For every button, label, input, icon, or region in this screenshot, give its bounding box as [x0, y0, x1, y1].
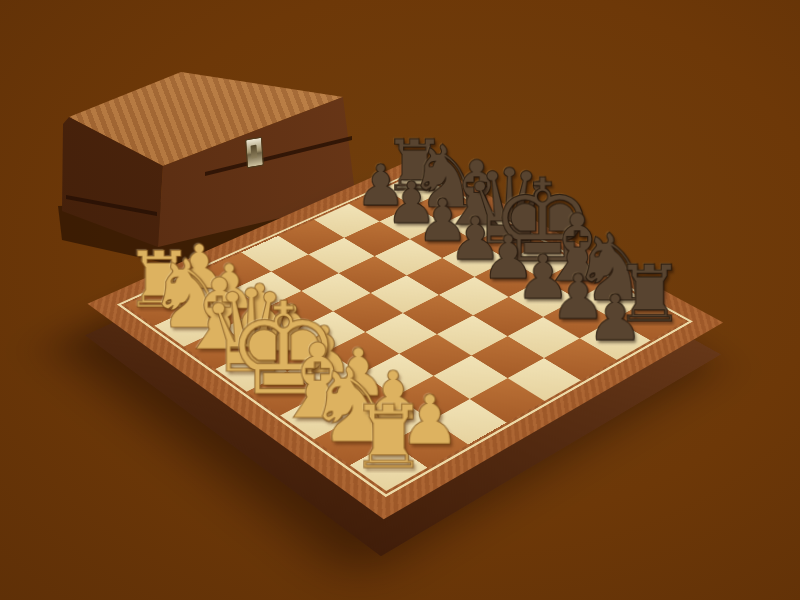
- square-h7[interactable]: ♟: [579, 319, 651, 360]
- box-clasp-icon: [245, 137, 264, 169]
- piece-holder: ♜: [361, 438, 416, 466]
- black-pawn-h7[interactable]: ♟: [587, 286, 644, 349]
- scene: ♜♞♝♛♚♝♞♜♟♟♟♟♟♟♟♟♟♟♟♟♟♟♟♟♜♞♝♛♚♝♞♜: [0, 0, 800, 600]
- piece-holder: ♟: [590, 314, 641, 339]
- white-rook-h1[interactable]: ♜: [349, 393, 427, 480]
- square-h1[interactable]: ♜: [350, 442, 428, 491]
